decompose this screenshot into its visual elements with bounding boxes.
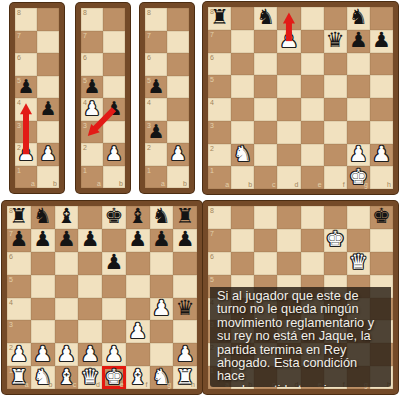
square-c1: c♝ — [55, 366, 79, 389]
rank-label: 7 — [9, 230, 13, 237]
square-b8 — [167, 8, 189, 31]
square-c1: c — [254, 166, 277, 189]
square-d2: ♟ — [78, 343, 102, 366]
square-c5 — [254, 75, 277, 98]
file-label: c — [73, 381, 77, 388]
square-e8 — [301, 7, 324, 30]
file-label: a — [25, 381, 29, 388]
square-d6 — [277, 252, 300, 275]
square-h2: ♟ — [370, 144, 393, 167]
square-e7 — [102, 229, 126, 252]
black-pawn-b4: ♟ — [105, 99, 122, 118]
square-b1: b — [231, 166, 254, 189]
square-d3 — [78, 320, 102, 343]
square-f2 — [324, 144, 347, 167]
rank-label: 4 — [210, 99, 214, 106]
square-b7: ♟ — [31, 229, 55, 252]
black-pawn-h7: ♟ — [176, 229, 195, 250]
square-c4 — [55, 298, 79, 321]
square-e2: ♟ — [102, 343, 126, 366]
square-c4 — [254, 98, 277, 121]
rank-label: 2 — [83, 144, 87, 151]
square-b1: b — [103, 166, 125, 189]
square-d1: d — [277, 166, 300, 189]
rank-label: 5 — [210, 76, 214, 83]
rank-label: 6 — [210, 253, 214, 260]
black-pawn-b7: ♟ — [33, 229, 52, 250]
square-c8: ♝ — [55, 206, 79, 229]
square-a8: 8 — [81, 8, 103, 31]
square-g1: g♞ — [150, 366, 174, 389]
file-label: b — [53, 180, 57, 187]
square-b4: ♟ — [37, 98, 59, 121]
square-f8 — [324, 7, 347, 30]
rank-label: 5 — [147, 77, 151, 84]
square-g6 — [347, 53, 370, 76]
board-en-passant-step1: 8765♟4♟32♟♟1ab — [10, 3, 64, 193]
square-b2: ♟ — [167, 143, 189, 166]
file-label: c — [272, 181, 276, 188]
square-b8 — [231, 206, 254, 229]
white-pawn-c2: ♟ — [57, 344, 76, 365]
file-label: h — [191, 381, 195, 388]
square-h7: ♟ — [370, 30, 393, 53]
square-e2 — [301, 144, 324, 167]
black-pawn-a5: ♟ — [147, 77, 164, 96]
square-h1: h♜ — [173, 366, 197, 389]
square-b2: ♟ — [31, 343, 55, 366]
square-d4 — [277, 98, 300, 121]
square-c6 — [55, 252, 79, 275]
rank-label: 6 — [147, 54, 151, 61]
square-a3: 3 — [208, 121, 231, 144]
square-b8 — [37, 8, 59, 31]
square-a2: 2 — [81, 143, 103, 166]
square-b4 — [31, 298, 55, 321]
square-a5: 5 — [7, 275, 31, 298]
black-knight-c8: ♞ — [256, 7, 275, 28]
file-label: d — [96, 381, 100, 388]
square-b7 — [167, 31, 189, 54]
square-c7: ♟ — [55, 229, 79, 252]
square-b8: ♞ — [31, 206, 55, 229]
square-a4: 4♟ — [81, 98, 103, 121]
square-h8: ♜ — [173, 206, 197, 229]
rank-label: 8 — [83, 9, 87, 16]
square-b5 — [167, 76, 189, 99]
black-pawn-a3: ♟ — [147, 122, 164, 141]
square-a4: 4 — [208, 98, 231, 121]
rank-label: 8 — [210, 207, 214, 214]
rank-label: 6 — [210, 54, 214, 61]
file-label: a — [31, 180, 35, 187]
square-b2: ♞ — [231, 144, 254, 167]
square-b4 — [231, 98, 254, 121]
rank-label: 1 — [83, 167, 87, 174]
square-e4 — [102, 298, 126, 321]
square-f4 — [324, 98, 347, 121]
square-g2: ♟ — [347, 144, 370, 167]
white-pawn-f3: ♟ — [128, 321, 147, 342]
file-label: d — [295, 181, 299, 188]
square-f8: ♝ — [126, 206, 150, 229]
square-d7: ♟ — [78, 229, 102, 252]
square-g8 — [347, 206, 370, 229]
square-f7: ♚ — [324, 229, 347, 252]
square-d3 — [277, 121, 300, 144]
black-king-h8: ♚ — [372, 206, 391, 227]
rank-label: 5 — [83, 77, 87, 84]
square-b6 — [231, 252, 254, 275]
square-b2: ♟ — [103, 143, 125, 166]
board-fools-mate: 8♜♞♝♚♝♞♜7♟♟♟♟♟♟♟6♟54♟♛3♟2♟♟♟♟♟♟1a♜b♞c♝d♛… — [2, 201, 202, 394]
square-h3 — [370, 121, 393, 144]
square-c8: ♞ — [254, 7, 277, 30]
square-a7: 7 — [81, 31, 103, 54]
square-c3 — [55, 320, 79, 343]
square-f7: ♟ — [126, 229, 150, 252]
square-f3: ♟ — [126, 320, 150, 343]
square-h7 — [370, 229, 393, 252]
white-knight-g1: ♞ — [152, 367, 171, 388]
square-h6 — [370, 53, 393, 76]
square-b6 — [167, 53, 189, 76]
square-h3 — [173, 320, 197, 343]
file-label: a — [161, 180, 165, 187]
file-label: b — [119, 180, 123, 187]
rank-label: 8 — [9, 207, 13, 214]
square-g4 — [347, 98, 370, 121]
square-c6 — [254, 252, 277, 275]
rank-label: 4 — [147, 99, 151, 106]
white-pawn-b2: ♟ — [169, 144, 186, 163]
rank-label: 4 — [17, 99, 21, 106]
board-grid-en-passant-step2: 8765♟4♟♟32♟1ab — [81, 8, 125, 188]
black-king-e8: ♚ — [104, 206, 123, 227]
square-b7 — [103, 31, 125, 54]
square-a6: 6 — [81, 53, 103, 76]
square-a1: 1a — [208, 166, 231, 189]
square-e7 — [301, 229, 324, 252]
black-rook-a8: ♜ — [210, 7, 229, 28]
square-b3 — [37, 121, 59, 144]
square-c5 — [55, 275, 79, 298]
square-a1: 1a — [145, 166, 167, 189]
rank-label: 8 — [210, 8, 214, 15]
white-pawn-d7: ♟ — [280, 30, 299, 51]
black-queen-f7: ♛ — [326, 30, 345, 51]
rank-label: 2 — [9, 344, 13, 351]
square-d8 — [78, 206, 102, 229]
square-b7 — [231, 30, 254, 53]
square-f5 — [324, 75, 347, 98]
square-b1: b — [167, 166, 189, 189]
rank-label: 6 — [9, 253, 13, 260]
square-b6 — [103, 53, 125, 76]
rank-label: 7 — [83, 32, 87, 39]
square-e8 — [301, 206, 324, 229]
square-f3 — [324, 121, 347, 144]
white-bishop-f1: ♝ — [128, 367, 147, 388]
white-knight-b2: ♞ — [233, 144, 252, 165]
square-g7 — [347, 229, 370, 252]
white-pawn-e2: ♟ — [104, 344, 123, 365]
white-pawn-g2: ♟ — [349, 144, 368, 165]
square-a1: 1a — [81, 166, 103, 189]
file-label: f — [146, 381, 148, 388]
square-h8: ♚ — [370, 206, 393, 229]
white-pawn-a2: ♟ — [17, 144, 34, 163]
square-g3 — [150, 320, 174, 343]
square-b8 — [103, 8, 125, 31]
square-a8: 8 — [208, 206, 231, 229]
square-a7: 7 — [208, 229, 231, 252]
square-a1: 1a — [15, 166, 37, 189]
square-f2 — [126, 343, 150, 366]
square-b8 — [231, 7, 254, 30]
square-c7 — [254, 30, 277, 53]
rank-label: 7 — [17, 32, 21, 39]
file-label: g — [167, 381, 171, 388]
square-a3: 3 — [81, 121, 103, 144]
square-c2 — [254, 144, 277, 167]
file-label: h — [387, 181, 391, 188]
white-queen-d1: ♛ — [81, 367, 100, 388]
white-pawn-b2: ♟ — [39, 144, 56, 163]
rank-label: 1 — [17, 167, 21, 174]
square-h4: ♛ — [173, 298, 197, 321]
square-d4 — [78, 298, 102, 321]
rank-label: 1 — [210, 167, 214, 174]
black-rook-a8: ♜ — [9, 206, 28, 227]
square-f7: ♛ — [324, 30, 347, 53]
stalemate-caption-overlay: Si al jugador que este de turno no le qu… — [210, 287, 391, 387]
square-d7: ♟ — [277, 30, 300, 53]
square-g8: ♞ — [150, 206, 174, 229]
board-en-passant-step2: 8765♟4♟♟32♟1ab — [76, 3, 130, 193]
file-label: e — [318, 181, 322, 188]
black-pawn-a5: ♟ — [17, 77, 34, 96]
square-a3: 3♟ — [145, 121, 167, 144]
square-a5: 5♟ — [81, 76, 103, 99]
white-king-f7: ♚ — [326, 229, 345, 250]
square-a5: 5♟ — [15, 76, 37, 99]
square-e6: ♟ — [102, 252, 126, 275]
file-label: b — [49, 381, 53, 388]
file-label: a — [97, 180, 101, 187]
black-pawn-h7: ♟ — [372, 30, 391, 51]
white-rook-a1: ♜ — [9, 367, 28, 388]
square-d1: d♛ — [78, 366, 102, 389]
rank-label: 1 — [147, 167, 151, 174]
square-a6: 6 — [208, 252, 231, 275]
rank-label: 8 — [147, 9, 151, 16]
rank-label: 1 — [9, 367, 13, 374]
square-g4: ♟ — [150, 298, 174, 321]
square-g1: g♚ — [347, 166, 370, 189]
black-knight-g8: ♞ — [349, 7, 368, 28]
square-a1: 1a♜ — [7, 366, 31, 389]
square-a8: 8 — [145, 8, 167, 31]
square-b3 — [231, 121, 254, 144]
square-a6: 6 — [7, 252, 31, 275]
rank-label: 2 — [210, 145, 214, 152]
white-knight-b1: ♞ — [33, 367, 52, 388]
square-g5 — [347, 75, 370, 98]
board-grid-fools-mate: 8♜♞♝♚♝♞♜7♟♟♟♟♟♟♟6♟54♟♛3♟2♟♟♟♟♟♟1a♜b♞c♝d♛… — [7, 206, 197, 389]
black-pawn-g7: ♟ — [152, 229, 171, 250]
square-d6 — [277, 53, 300, 76]
square-a2: 2 — [208, 144, 231, 167]
square-c2: ♟ — [55, 343, 79, 366]
square-h1: h — [370, 166, 393, 189]
square-a5: 5♟ — [145, 76, 167, 99]
square-g6 — [150, 252, 174, 275]
board-grid-promotion: 8♜♞♞7♟♛♟♟65432♞♟♟1abcdefg♚h — [208, 7, 393, 189]
square-f1: f — [324, 166, 347, 189]
board-grid-en-passant-step3: 8765♟43♟2♟1ab — [145, 8, 189, 188]
square-f4 — [126, 298, 150, 321]
black-pawn-c7: ♟ — [57, 229, 76, 250]
square-b6 — [31, 252, 55, 275]
square-d8 — [277, 7, 300, 30]
square-a2: 2♟ — [7, 343, 31, 366]
board-stalemate: Si al jugador que este de turno no le qu… — [203, 201, 398, 394]
square-d5 — [277, 75, 300, 98]
file-label: g — [364, 181, 368, 188]
square-b3 — [103, 121, 125, 144]
square-b6 — [231, 53, 254, 76]
rank-label: 3 — [147, 122, 151, 129]
square-g7: ♟ — [347, 30, 370, 53]
square-d2 — [277, 144, 300, 167]
chess-lesson-collage: 8765♟4♟32♟♟1ab 8765♟4♟♟32♟1ab 8765♟43♟2♟… — [0, 0, 400, 398]
square-a7: 7♟ — [7, 229, 31, 252]
square-b6 — [37, 53, 59, 76]
file-label: a — [225, 181, 229, 188]
square-g5 — [150, 275, 174, 298]
square-e5 — [102, 275, 126, 298]
white-queen-g6: ♛ — [349, 252, 368, 273]
black-bishop-f8: ♝ — [128, 206, 147, 227]
square-b5 — [231, 75, 254, 98]
rank-label: 4 — [83, 99, 87, 106]
rank-label: 3 — [83, 122, 87, 129]
square-a8: 8 — [15, 8, 37, 31]
square-h4 — [370, 98, 393, 121]
square-a8: 8♜ — [208, 7, 231, 30]
square-f6 — [126, 252, 150, 275]
square-e5 — [301, 75, 324, 98]
black-knight-g8: ♞ — [152, 206, 171, 227]
board-promotion: 8♜♞♞7♟♛♟♟65432♞♟♟1abcdefg♚h — [203, 2, 398, 194]
square-b3 — [167, 121, 189, 144]
rank-label: 3 — [210, 122, 214, 129]
rank-label: 3 — [17, 122, 21, 129]
square-a6: 6 — [15, 53, 37, 76]
square-g7: ♟ — [150, 229, 174, 252]
square-a4: 4 — [15, 98, 37, 121]
black-pawn-f7: ♟ — [128, 229, 147, 250]
black-pawn-g7: ♟ — [349, 30, 368, 51]
square-f6 — [324, 53, 347, 76]
square-g8: ♞ — [347, 7, 370, 30]
rank-label: 7 — [147, 32, 151, 39]
black-rook-h8: ♜ — [176, 206, 195, 227]
square-b1: b♞ — [31, 366, 55, 389]
square-f1: f♝ — [126, 366, 150, 389]
black-knight-b8: ♞ — [33, 206, 52, 227]
square-a2: 2♟ — [15, 143, 37, 166]
black-pawn-b4: ♟ — [39, 99, 56, 118]
square-b5 — [37, 76, 59, 99]
rank-label: 6 — [17, 54, 21, 61]
square-a3: 3 — [7, 320, 31, 343]
square-b4: ♟ — [103, 98, 125, 121]
rank-label: 7 — [210, 31, 214, 38]
rank-label: 2 — [17, 144, 21, 151]
square-b5 — [31, 275, 55, 298]
square-h6 — [370, 252, 393, 275]
square-a4: 4 — [145, 98, 167, 121]
square-f6 — [324, 252, 347, 275]
black-pawn-a5: ♟ — [83, 77, 100, 96]
square-b2: ♟ — [37, 143, 59, 166]
square-d8 — [277, 206, 300, 229]
square-h7: ♟ — [173, 229, 197, 252]
square-c6 — [254, 53, 277, 76]
rank-label: 5 — [17, 77, 21, 84]
square-e3 — [301, 121, 324, 144]
square-a7: 7 — [145, 31, 167, 54]
white-pawn-a2: ♟ — [9, 344, 28, 365]
square-e6 — [301, 53, 324, 76]
square-a7: 7 — [208, 30, 231, 53]
square-e1: e♚ — [102, 366, 126, 389]
square-g2 — [150, 343, 174, 366]
white-pawn-a4: ♟ — [83, 99, 100, 118]
board-grid-en-passant-step1: 8765♟4♟32♟♟1ab — [15, 8, 59, 188]
square-h2: ♟ — [173, 343, 197, 366]
rank-label: 5 — [210, 276, 214, 283]
rank-label: 7 — [210, 230, 214, 237]
square-e8: ♚ — [102, 206, 126, 229]
square-b5 — [103, 76, 125, 99]
square-h6 — [173, 252, 197, 275]
square-d5 — [78, 275, 102, 298]
square-a6: 6 — [145, 53, 167, 76]
square-e4 — [301, 98, 324, 121]
square-a8: 8♜ — [7, 206, 31, 229]
black-pawn-e6: ♟ — [104, 252, 123, 273]
rank-label: 4 — [9, 299, 13, 306]
square-g3 — [347, 121, 370, 144]
black-pawn-a7: ♟ — [9, 229, 28, 250]
square-e1: e — [301, 166, 324, 189]
square-c7 — [254, 229, 277, 252]
white-pawn-b2: ♟ — [33, 344, 52, 365]
file-label: f — [343, 181, 345, 188]
square-e7 — [301, 30, 324, 53]
square-a4: 4 — [7, 298, 31, 321]
square-e6 — [301, 252, 324, 275]
white-king-e1: ♚ — [104, 367, 123, 388]
square-b4 — [167, 98, 189, 121]
square-f8 — [324, 206, 347, 229]
white-rook-h1: ♜ — [176, 367, 195, 388]
square-d6 — [78, 252, 102, 275]
white-pawn-b2: ♟ — [105, 144, 122, 163]
